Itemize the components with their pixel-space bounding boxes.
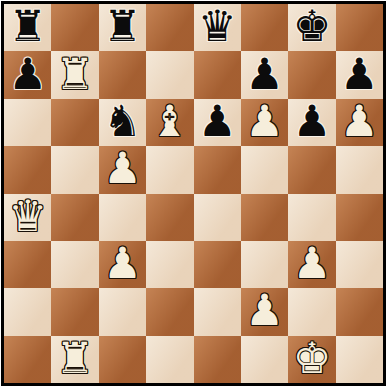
black-pawn[interactable]: ♟	[340, 53, 379, 96]
square-c3[interactable]: ♟	[99, 241, 146, 288]
board-outer-margin: ♜♜♛♚♟♜♟♟♞♝♟♟♟♟♟♛♟♟♟♜♚	[0, 0, 387, 387]
square-g3[interactable]: ♟	[288, 241, 335, 288]
square-b7[interactable]: ♜	[51, 51, 98, 98]
square-f3[interactable]	[241, 241, 288, 288]
square-f7[interactable]: ♟	[241, 51, 288, 98]
board-border: ♜♜♛♚♟♜♟♟♞♝♟♟♟♟♟♛♟♟♟♜♚	[1, 1, 386, 386]
white-king[interactable]: ♚	[293, 337, 332, 380]
square-d4[interactable]	[146, 194, 193, 241]
black-queen[interactable]: ♛	[198, 5, 237, 48]
square-h7[interactable]: ♟	[336, 51, 383, 98]
square-d6[interactable]: ♝	[146, 99, 193, 146]
square-e1[interactable]	[194, 336, 241, 383]
square-h5[interactable]	[336, 146, 383, 193]
chess-board: ♜♜♛♚♟♜♟♟♞♝♟♟♟♟♟♛♟♟♟♜♚	[4, 4, 383, 383]
square-b1[interactable]: ♜	[51, 336, 98, 383]
square-g1[interactable]: ♚	[288, 336, 335, 383]
square-f1[interactable]	[241, 336, 288, 383]
square-b3[interactable]	[51, 241, 98, 288]
square-d2[interactable]	[146, 288, 193, 335]
white-pawn[interactable]: ♟	[293, 242, 332, 285]
square-e6[interactable]: ♟	[194, 99, 241, 146]
square-e7[interactable]	[194, 51, 241, 98]
square-d3[interactable]	[146, 241, 193, 288]
square-d5[interactable]	[146, 146, 193, 193]
square-c1[interactable]	[99, 336, 146, 383]
white-rook[interactable]: ♜	[56, 53, 95, 96]
square-g4[interactable]	[288, 194, 335, 241]
square-e2[interactable]	[194, 288, 241, 335]
black-rook[interactable]: ♜	[103, 5, 142, 48]
square-c5[interactable]: ♟	[99, 146, 146, 193]
white-pawn[interactable]: ♟	[103, 147, 142, 190]
square-c6[interactable]: ♞	[99, 99, 146, 146]
square-b5[interactable]	[51, 146, 98, 193]
black-knight[interactable]: ♞	[103, 100, 142, 143]
white-pawn[interactable]: ♟	[340, 100, 379, 143]
square-h4[interactable]	[336, 194, 383, 241]
white-pawn[interactable]: ♟	[103, 242, 142, 285]
square-b6[interactable]	[51, 99, 98, 146]
white-pawn[interactable]: ♟	[245, 289, 284, 332]
square-b8[interactable]	[51, 4, 98, 51]
square-e8[interactable]: ♛	[194, 4, 241, 51]
square-d1[interactable]	[146, 336, 193, 383]
square-f4[interactable]	[241, 194, 288, 241]
black-pawn[interactable]: ♟	[293, 100, 332, 143]
black-rook[interactable]: ♜	[8, 5, 47, 48]
square-f6[interactable]: ♟	[241, 99, 288, 146]
square-f8[interactable]	[241, 4, 288, 51]
square-e4[interactable]	[194, 194, 241, 241]
square-e5[interactable]	[194, 146, 241, 193]
white-bishop[interactable]: ♝	[151, 100, 190, 143]
square-h2[interactable]	[336, 288, 383, 335]
square-h6[interactable]: ♟	[336, 99, 383, 146]
square-a1[interactable]	[4, 336, 51, 383]
square-a2[interactable]	[4, 288, 51, 335]
square-h8[interactable]	[336, 4, 383, 51]
square-a6[interactable]	[4, 99, 51, 146]
square-c8[interactable]: ♜	[99, 4, 146, 51]
square-c4[interactable]	[99, 194, 146, 241]
square-a8[interactable]: ♜	[4, 4, 51, 51]
square-h3[interactable]	[336, 241, 383, 288]
square-g5[interactable]	[288, 146, 335, 193]
square-e3[interactable]	[194, 241, 241, 288]
square-a4[interactable]: ♛	[4, 194, 51, 241]
white-rook[interactable]: ♜	[56, 337, 95, 380]
black-king[interactable]: ♚	[293, 5, 332, 48]
square-c7[interactable]	[99, 51, 146, 98]
square-a7[interactable]: ♟	[4, 51, 51, 98]
square-a3[interactable]	[4, 241, 51, 288]
square-a5[interactable]	[4, 146, 51, 193]
black-pawn[interactable]: ♟	[245, 53, 284, 96]
square-g8[interactable]: ♚	[288, 4, 335, 51]
square-f2[interactable]: ♟	[241, 288, 288, 335]
square-d8[interactable]	[146, 4, 193, 51]
square-g6[interactable]: ♟	[288, 99, 335, 146]
square-b4[interactable]	[51, 194, 98, 241]
square-g2[interactable]	[288, 288, 335, 335]
square-g7[interactable]	[288, 51, 335, 98]
black-pawn[interactable]: ♟	[8, 53, 47, 96]
square-b2[interactable]	[51, 288, 98, 335]
square-h1[interactable]	[336, 336, 383, 383]
square-c2[interactable]	[99, 288, 146, 335]
square-f5[interactable]	[241, 146, 288, 193]
square-d7[interactable]	[146, 51, 193, 98]
white-queen[interactable]: ♛	[8, 195, 47, 238]
black-pawn[interactable]: ♟	[198, 100, 237, 143]
white-pawn[interactable]: ♟	[245, 100, 284, 143]
